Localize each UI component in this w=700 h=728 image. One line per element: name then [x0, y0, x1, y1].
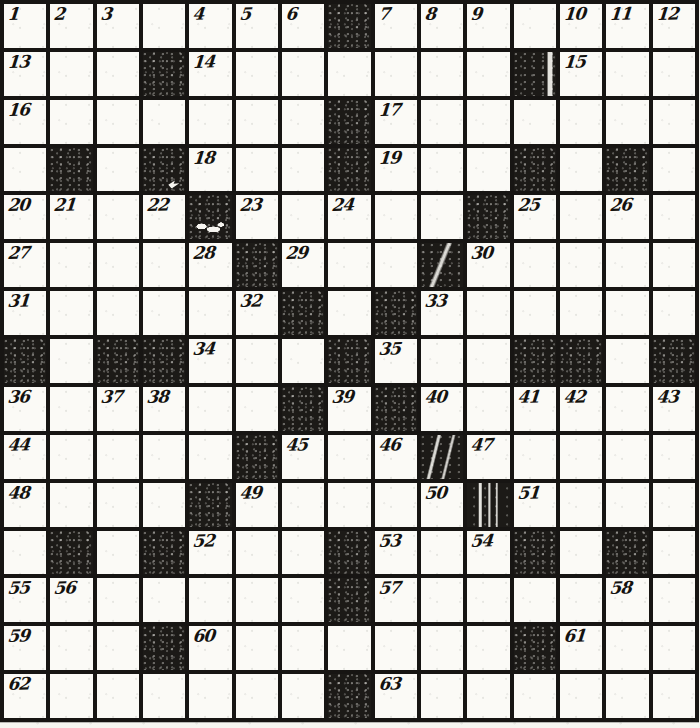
grid-cell[interactable] — [50, 339, 92, 383]
clue-number: 2 — [53, 5, 65, 25]
block-cell — [421, 435, 463, 479]
grid-cell[interactable] — [189, 100, 231, 144]
clue-number: 6 — [285, 5, 297, 25]
grid-cell[interactable] — [189, 435, 231, 479]
grid-cell[interactable]: 61 — [560, 626, 602, 670]
grid-cell[interactable]: 8 — [421, 4, 463, 48]
grid-cell[interactable] — [653, 52, 695, 96]
grid-cell[interactable] — [421, 674, 463, 718]
clue-number: 26 — [609, 196, 632, 216]
grid-cell[interactable] — [514, 435, 556, 479]
grid-cell[interactable] — [97, 291, 139, 335]
block-cell — [421, 243, 463, 287]
grid-cell[interactable] — [50, 626, 92, 670]
block-cell — [328, 148, 370, 192]
clue-number: 15 — [563, 52, 586, 72]
block-cell — [606, 148, 648, 192]
clue-number: 46 — [377, 435, 400, 455]
clue-number: 20 — [7, 196, 30, 216]
grid-cell[interactable] — [282, 626, 324, 670]
grid-cell[interactable]: 26 — [606, 195, 648, 239]
grid-cell[interactable] — [467, 52, 509, 96]
grid-cell[interactable] — [97, 100, 139, 144]
clue-number: 31 — [7, 291, 30, 311]
grid-cell[interactable] — [514, 578, 556, 622]
grid-cell[interactable] — [236, 339, 278, 383]
grid-cell[interactable] — [236, 626, 278, 670]
grid-cell[interactable] — [50, 243, 92, 287]
clue-number: 5 — [238, 5, 250, 25]
clue-number: 18 — [192, 148, 215, 168]
grid-cell[interactable]: 59 — [4, 626, 46, 670]
grid-cell[interactable]: 10 — [560, 4, 602, 48]
clue-number: 22 — [146, 196, 169, 216]
grid-cell[interactable]: 12 — [653, 4, 695, 48]
grid-cell[interactable] — [560, 243, 602, 287]
grid-cell[interactable] — [236, 387, 278, 431]
grid-cell[interactable]: 43 — [653, 387, 695, 431]
block-cell — [514, 531, 556, 575]
grid-cell[interactable] — [189, 291, 231, 335]
clue-number: 38 — [146, 387, 169, 407]
grid-cell[interactable]: 2 — [50, 4, 92, 48]
block-cell — [189, 195, 231, 239]
grid-cell[interactable]: 27 — [4, 243, 46, 287]
clue-number: 51 — [516, 483, 539, 503]
grid-cell[interactable]: 18 — [189, 148, 231, 192]
grid-cell[interactable] — [606, 100, 648, 144]
grid-cell[interactable] — [328, 626, 370, 670]
grid-cell[interactable] — [514, 291, 556, 335]
grid-cell[interactable] — [375, 52, 417, 96]
grid-cell[interactable]: 17 — [375, 100, 417, 144]
grid-cell[interactable]: 28 — [189, 243, 231, 287]
grid-cell[interactable]: 15 — [560, 52, 602, 96]
grid-cell[interactable] — [421, 100, 463, 144]
grid-cell[interactable] — [143, 435, 185, 479]
block-cell — [236, 243, 278, 287]
grid-cell[interactable]: 6 — [282, 4, 324, 48]
clue-number: 57 — [377, 579, 400, 599]
grid-cell[interactable] — [514, 4, 556, 48]
clue-number: 62 — [7, 674, 30, 694]
grid-cell[interactable] — [97, 52, 139, 96]
block-cell — [328, 100, 370, 144]
grid-cell[interactable] — [421, 339, 463, 383]
grid-cell[interactable]: 32 — [236, 291, 278, 335]
grid-cell[interactable] — [467, 339, 509, 383]
grid-cell[interactable] — [282, 578, 324, 622]
grid-cell[interactable] — [282, 483, 324, 527]
grid-cell[interactable] — [282, 148, 324, 192]
grid-cell[interactable]: 45 — [282, 435, 324, 479]
clue-number: 11 — [609, 4, 632, 24]
grid-cell[interactable] — [653, 531, 695, 575]
grid-cell[interactable] — [143, 100, 185, 144]
block-cell — [328, 578, 370, 622]
clue-number: 3 — [99, 5, 111, 25]
clue-number: 50 — [424, 483, 447, 503]
grid-cell[interactable] — [467, 291, 509, 335]
grid-cell[interactable]: 55 — [4, 578, 46, 622]
block-cell — [467, 483, 509, 527]
grid-cell[interactable]: 4 — [189, 4, 231, 48]
grid-cell[interactable] — [236, 674, 278, 718]
grid-cell[interactable]: 50 — [421, 483, 463, 527]
grid-cell[interactable]: 20 — [4, 195, 46, 239]
grid-cell[interactable]: 58 — [606, 578, 648, 622]
block-cell — [514, 339, 556, 383]
grid-cell[interactable]: 30 — [467, 243, 509, 287]
grid-cell[interactable] — [282, 674, 324, 718]
grid-cell[interactable] — [189, 674, 231, 718]
grid-cell[interactable] — [50, 674, 92, 718]
grid-cell[interactable] — [236, 100, 278, 144]
clue-number: 43 — [655, 387, 678, 407]
block-cell — [328, 674, 370, 718]
clue-number: 19 — [377, 148, 400, 168]
block-cell — [143, 148, 185, 192]
grid-cell[interactable]: 39 — [328, 387, 370, 431]
clue-number: 37 — [99, 387, 122, 407]
clue-number: 54 — [470, 531, 493, 551]
block-cell — [143, 339, 185, 383]
grid-cell[interactable]: 34 — [189, 339, 231, 383]
grid-cell[interactable] — [282, 195, 324, 239]
grid-cell[interactable]: 33 — [421, 291, 463, 335]
grid-cell[interactable] — [421, 52, 463, 96]
grid-cell[interactable] — [560, 578, 602, 622]
grid-cell[interactable] — [236, 148, 278, 192]
clue-number: 60 — [192, 627, 215, 647]
grid-cell[interactable] — [143, 4, 185, 48]
grid-cell[interactable] — [467, 148, 509, 192]
clue-number: 30 — [470, 244, 493, 264]
grid-cell[interactable] — [97, 435, 139, 479]
grid-cell[interactable] — [560, 435, 602, 479]
grid-cell[interactable] — [328, 52, 370, 96]
block-cell — [282, 387, 324, 431]
grid-cell[interactable] — [606, 626, 648, 670]
grid-cell[interactable] — [560, 674, 602, 718]
clue-number: 4 — [192, 5, 204, 25]
grid-cell[interactable]: 60 — [189, 626, 231, 670]
grid-cell[interactable] — [560, 483, 602, 527]
grid-cell[interactable] — [467, 578, 509, 622]
grid-cell[interactable] — [50, 483, 92, 527]
block-cell — [50, 531, 92, 575]
grid-cell[interactable] — [4, 531, 46, 575]
grid-cell[interactable] — [560, 148, 602, 192]
grid-cell[interactable] — [653, 483, 695, 527]
grid-cell[interactable] — [514, 674, 556, 718]
grid-cell[interactable]: 22 — [143, 195, 185, 239]
grid-cell[interactable] — [97, 148, 139, 192]
grid-cell[interactable]: 47 — [467, 435, 509, 479]
grid-cell[interactable] — [236, 578, 278, 622]
grid-cell[interactable] — [560, 195, 602, 239]
grid-cell[interactable]: 38 — [143, 387, 185, 431]
clue-number: 48 — [7, 483, 30, 503]
grid-cell[interactable] — [143, 243, 185, 287]
grid-cell[interactable] — [606, 243, 648, 287]
grid-cell[interactable] — [143, 674, 185, 718]
grid-cell[interactable] — [653, 243, 695, 287]
grid-cell[interactable] — [653, 100, 695, 144]
grid-cell[interactable]: 1 — [4, 4, 46, 48]
clue-number: 44 — [7, 435, 30, 455]
block-cell — [189, 483, 231, 527]
grid-cell[interactable] — [375, 626, 417, 670]
grid-cell[interactable] — [421, 531, 463, 575]
block-cell — [653, 339, 695, 383]
clue-number: 49 — [238, 483, 261, 503]
clue-number: 52 — [192, 531, 215, 551]
grid-cell[interactable] — [560, 291, 602, 335]
clue-number: 27 — [7, 244, 30, 264]
block-cell — [467, 195, 509, 239]
grid-cell[interactable] — [328, 435, 370, 479]
grid-cell[interactable] — [375, 195, 417, 239]
grid-cell[interactable] — [50, 100, 92, 144]
grid-cell[interactable]: 14 — [189, 52, 231, 96]
grid-cell[interactable] — [97, 483, 139, 527]
clue-number: 39 — [331, 387, 354, 407]
clue-number: 33 — [424, 291, 447, 311]
grid-cell[interactable]: 24 — [328, 195, 370, 239]
grid-cell[interactable] — [467, 674, 509, 718]
block-cell — [328, 339, 370, 383]
grid-cell[interactable]: 54 — [467, 531, 509, 575]
grid-cell[interactable]: 21 — [50, 195, 92, 239]
clue-number: 32 — [238, 291, 261, 311]
grid-cell[interactable]: 13 — [4, 52, 46, 96]
block-cell — [143, 531, 185, 575]
grid-cell[interactable]: 46 — [375, 435, 417, 479]
clue-number: 47 — [470, 435, 493, 455]
grid-cell[interactable] — [282, 339, 324, 383]
clue-number: 56 — [53, 579, 76, 599]
grid-cell[interactable]: 29 — [282, 243, 324, 287]
grid-cell[interactable]: 31 — [4, 291, 46, 335]
grid-cell[interactable]: 53 — [375, 531, 417, 575]
grid-cell[interactable]: 5 — [236, 4, 278, 48]
grid-cell[interactable] — [606, 483, 648, 527]
block-cell — [560, 339, 602, 383]
grid-cell[interactable]: 36 — [4, 387, 46, 431]
grid-cell[interactable]: 44 — [4, 435, 46, 479]
grid-cell[interactable] — [467, 626, 509, 670]
block-cell — [328, 531, 370, 575]
grid-cell[interactable] — [282, 100, 324, 144]
grid-cell[interactable] — [606, 674, 648, 718]
grid-cell[interactable]: 49 — [236, 483, 278, 527]
grid-cell[interactable] — [328, 483, 370, 527]
grid-cell[interactable]: 16 — [4, 100, 46, 144]
grid-cell[interactable] — [653, 435, 695, 479]
clue-number: 45 — [285, 435, 308, 455]
grid-cell[interactable] — [4, 148, 46, 192]
clue-number: 59 — [7, 627, 30, 647]
clue-number: 35 — [377, 339, 400, 359]
grid-cell[interactable]: 19 — [375, 148, 417, 192]
grid-cell[interactable] — [467, 387, 509, 431]
clue-number: 40 — [424, 387, 447, 407]
clue-number: 61 — [563, 627, 586, 647]
grid-cell[interactable] — [653, 578, 695, 622]
grid-cell[interactable] — [97, 195, 139, 239]
grid-cell[interactable] — [50, 52, 92, 96]
grid-cell[interactable] — [143, 483, 185, 527]
clue-number: 21 — [53, 196, 76, 216]
grid-cell[interactable] — [421, 578, 463, 622]
grid-cell[interactable]: 11 — [606, 4, 648, 48]
clue-number: 23 — [238, 196, 261, 216]
block-cell — [282, 291, 324, 335]
grid-cell[interactable] — [421, 626, 463, 670]
clue-number: 28 — [192, 244, 215, 264]
clue-number: 34 — [192, 339, 215, 359]
grid-cell[interactable]: 3 — [97, 4, 139, 48]
grid-cell[interactable] — [97, 243, 139, 287]
grid-cell[interactable] — [606, 339, 648, 383]
block-cell — [514, 626, 556, 670]
clue-number: 41 — [516, 387, 539, 407]
grid-cell[interactable]: 7 — [375, 4, 417, 48]
grid-cell[interactable] — [560, 531, 602, 575]
clue-number: 10 — [563, 4, 586, 24]
crossword-board: 1234567891011121314151617181920212223242… — [0, 0, 699, 722]
grid-cell[interactable]: 42 — [560, 387, 602, 431]
block-cell — [375, 387, 417, 431]
grid-cell[interactable] — [143, 578, 185, 622]
grid-cell[interactable] — [653, 626, 695, 670]
block-cell — [143, 626, 185, 670]
grid-cell[interactable]: 51 — [514, 483, 556, 527]
grid-cell[interactable]: 25 — [514, 195, 556, 239]
grid-cell[interactable] — [514, 100, 556, 144]
grid-cell[interactable]: 41 — [514, 387, 556, 431]
grid-cell[interactable]: 56 — [50, 578, 92, 622]
grid-cell[interactable] — [189, 387, 231, 431]
grid-cell[interactable] — [282, 52, 324, 96]
block-cell — [4, 339, 46, 383]
grid-cell[interactable]: 63 — [375, 674, 417, 718]
grid-cell[interactable]: 23 — [236, 195, 278, 239]
grid-cell[interactable] — [421, 148, 463, 192]
clue-number: 12 — [655, 4, 678, 24]
grid-cell[interactable] — [421, 195, 463, 239]
block-cell — [50, 148, 92, 192]
clue-number: 58 — [609, 579, 632, 599]
block-cell — [143, 52, 185, 96]
grid-cell[interactable] — [653, 674, 695, 718]
grid-cell[interactable] — [50, 291, 92, 335]
grid-cell[interactable] — [560, 100, 602, 144]
clue-number: 1 — [7, 5, 19, 25]
grid-cell[interactable] — [50, 435, 92, 479]
clue-number: 7 — [377, 5, 389, 25]
grid-cell[interactable] — [97, 626, 139, 670]
clue-number: 17 — [377, 100, 400, 120]
block-cell — [606, 531, 648, 575]
grid-cell[interactable] — [282, 531, 324, 575]
grid-cell[interactable] — [97, 531, 139, 575]
clue-number: 25 — [516, 196, 539, 216]
grid-cell[interactable] — [328, 291, 370, 335]
grid-cell[interactable] — [606, 435, 648, 479]
block-cell — [375, 291, 417, 335]
grid-cell[interactable] — [606, 52, 648, 96]
grid-cell[interactable]: 48 — [4, 483, 46, 527]
clue-number: 55 — [7, 579, 30, 599]
grid-cell[interactable] — [606, 387, 648, 431]
grid-cell[interactable] — [514, 243, 556, 287]
grid-cell[interactable]: 37 — [97, 387, 139, 431]
block-cell — [328, 4, 370, 48]
clue-number: 13 — [7, 52, 30, 72]
block-cell — [97, 339, 139, 383]
clue-number: 14 — [192, 52, 215, 72]
grid-cell[interactable] — [236, 531, 278, 575]
grid-cell[interactable] — [97, 674, 139, 718]
grid-cell[interactable]: 62 — [4, 674, 46, 718]
clue-number: 9 — [470, 5, 482, 25]
grid-cell[interactable] — [653, 291, 695, 335]
clue-number: 8 — [424, 5, 436, 25]
grid-cell[interactable]: 40 — [421, 387, 463, 431]
grid-cell[interactable] — [97, 578, 139, 622]
clue-number: 63 — [377, 674, 400, 694]
clue-number: 36 — [7, 387, 30, 407]
grid-cell[interactable] — [653, 195, 695, 239]
grid-cell[interactable]: 9 — [467, 4, 509, 48]
grid-cell[interactable] — [143, 291, 185, 335]
grid-cell[interactable] — [375, 483, 417, 527]
grid-cell[interactable]: 52 — [189, 531, 231, 575]
grid-cell[interactable] — [653, 148, 695, 192]
clue-number: 29 — [285, 244, 308, 264]
grid-cell[interactable] — [467, 100, 509, 144]
block-cell — [514, 148, 556, 192]
grid-cell[interactable] — [606, 291, 648, 335]
clue-number: 16 — [7, 100, 30, 120]
grid-cell[interactable] — [236, 52, 278, 96]
grid-cell[interactable]: 35 — [375, 339, 417, 383]
block-cell — [514, 52, 556, 96]
grid-cell[interactable] — [328, 243, 370, 287]
grid-cell[interactable] — [189, 578, 231, 622]
clue-number: 24 — [331, 196, 354, 216]
clue-number: 42 — [563, 387, 586, 407]
grid-cell[interactable] — [50, 387, 92, 431]
clue-number: 53 — [377, 531, 400, 551]
grid-cell[interactable]: 57 — [375, 578, 417, 622]
grid-cell[interactable] — [375, 243, 417, 287]
block-cell — [236, 435, 278, 479]
